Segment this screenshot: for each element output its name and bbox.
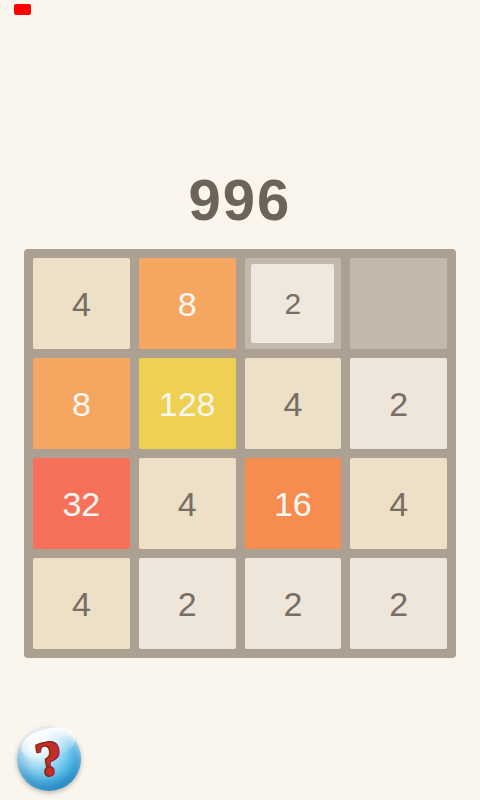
- tile-r4c3: 2: [245, 558, 342, 649]
- question-mark-icon: ?: [32, 732, 66, 787]
- help-button[interactable]: ?: [17, 727, 81, 791]
- tile-r4c2: 2: [139, 558, 236, 649]
- tile-r3c1: 32: [33, 458, 130, 549]
- tile-r1c4-empty: [350, 258, 447, 349]
- tile-r4c1: 4: [33, 558, 130, 649]
- tile-r3c4: 4: [350, 458, 447, 549]
- tile-r2c4: 2: [350, 358, 447, 449]
- tile-r1c1: 4: [33, 258, 130, 349]
- tile-r2c2: 128: [139, 358, 236, 449]
- app-screen: 996 4 8 2 8 128 4 2 32 4 16 4 4 2 2 2 ?: [0, 0, 480, 800]
- score: 996: [0, 170, 480, 230]
- tile-r1c2: 8: [139, 258, 236, 349]
- tile-r3c2: 4: [139, 458, 236, 549]
- tile-r1c3: 2: [245, 258, 342, 349]
- game-board[interactable]: 4 8 2 8 128 4 2 32 4 16 4 4 2 2 2: [24, 249, 456, 658]
- tile-r4c4: 2: [350, 558, 447, 649]
- tile-r2c1: 8: [33, 358, 130, 449]
- tile-r2c3: 4: [245, 358, 342, 449]
- tile-r3c3: 16: [245, 458, 342, 549]
- recording-indicator: [14, 4, 31, 15]
